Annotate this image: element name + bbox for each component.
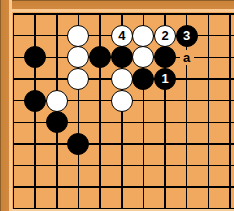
stone-white: [46, 90, 68, 112]
stone-white: [67, 46, 89, 68]
board-frame-left: [0, 0, 12, 211]
stone-white: [132, 25, 154, 47]
stone-black: [132, 68, 154, 90]
stone-white: [67, 68, 89, 90]
stone-black: [111, 46, 133, 68]
stone-black: [24, 46, 46, 68]
point-label-a: a: [180, 50, 194, 65]
stone-black-move-3: 3: [176, 25, 198, 47]
stone-white: [67, 25, 89, 47]
stone-white: [111, 68, 133, 90]
stone-black: [67, 133, 89, 155]
stone-black: [24, 90, 46, 112]
board-frame-top: [0, 0, 234, 12]
grid-line-horizontal: [13, 143, 234, 145]
grid-line-vertical: [99, 13, 101, 209]
stone-black: [46, 111, 68, 133]
grid-line-vertical: [13, 13, 15, 209]
go-board-diagram: a4231: [0, 0, 234, 211]
stone-white: [132, 46, 154, 68]
stone-white-move-4: 4: [111, 25, 133, 47]
stone-black-move-1: 1: [154, 68, 176, 90]
grid-line-horizontal: [13, 13, 234, 15]
grid-line-horizontal: [13, 165, 234, 167]
stone-white: [111, 90, 133, 112]
stone-black: [89, 46, 111, 68]
grid-line-vertical: [208, 13, 210, 209]
stone-white-move-2: 2: [154, 25, 176, 47]
board-bottom-edge-highlight: [12, 209, 234, 211]
grid-line-horizontal: [13, 186, 234, 188]
grid-line-vertical: [229, 13, 231, 209]
stone-black: [154, 46, 176, 68]
